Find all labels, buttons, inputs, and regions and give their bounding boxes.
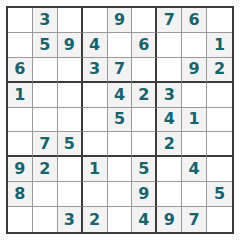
sudoku-cell-r6c7[interactable]: 2 xyxy=(157,132,182,157)
sudoku-cell-r9c1[interactable] xyxy=(8,207,33,232)
sudoku-cell-r9c2[interactable] xyxy=(33,207,58,232)
sudoku-cell-r4c5[interactable]: 4 xyxy=(108,83,133,108)
sudoku-cell-r3c1[interactable]: 6 xyxy=(8,58,33,83)
sudoku-cell-r5c8[interactable]: 1 xyxy=(182,108,207,133)
sudoku-cell-r7c4[interactable]: 1 xyxy=(83,157,108,182)
sudoku-cell-r1c8[interactable]: 6 xyxy=(182,8,207,33)
sudoku-cell-r2c5[interactable] xyxy=(108,33,133,58)
sudoku-cell-r2c8[interactable] xyxy=(182,33,207,58)
sudoku-cell-r1c3[interactable] xyxy=(58,8,83,33)
sudoku-cell-r1c9[interactable] xyxy=(207,8,232,33)
sudoku-cell-r4c6[interactable]: 2 xyxy=(132,83,157,108)
sudoku-cell-r1c7[interactable]: 7 xyxy=(157,8,182,33)
sudoku-cell-r1c6[interactable] xyxy=(132,8,157,33)
sudoku-cell-r5c3[interactable] xyxy=(58,108,83,133)
sudoku-cell-r1c5[interactable]: 9 xyxy=(108,8,133,33)
sudoku-cell-r4c2[interactable] xyxy=(33,83,58,108)
sudoku-cell-r7c9[interactable] xyxy=(207,157,232,182)
sudoku-cell-r8c2[interactable] xyxy=(33,182,58,207)
sudoku-cell-r7c6[interactable]: 5 xyxy=(132,157,157,182)
sudoku-cell-r7c3[interactable] xyxy=(58,157,83,182)
sudoku-cell-r8c3[interactable] xyxy=(58,182,83,207)
sudoku-cell-r6c2[interactable]: 7 xyxy=(33,132,58,157)
sudoku-cell-r4c3[interactable] xyxy=(58,83,83,108)
sudoku-cell-r5c6[interactable] xyxy=(132,108,157,133)
sudoku-cell-r5c9[interactable] xyxy=(207,108,232,133)
sudoku-cell-r1c4[interactable] xyxy=(83,8,108,33)
sudoku-cell-r4c4[interactable] xyxy=(83,83,108,108)
sudoku-cell-r8c8[interactable] xyxy=(182,182,207,207)
sudoku-cell-r2c2[interactable]: 5 xyxy=(33,33,58,58)
sudoku-cell-r3c4[interactable]: 3 xyxy=(83,58,108,83)
sudoku-cell-r5c7[interactable]: 4 xyxy=(157,108,182,133)
sudoku-cell-r7c1[interactable]: 9 xyxy=(8,157,33,182)
sudoku-cell-r2c1[interactable] xyxy=(8,33,33,58)
sudoku-cell-r3c3[interactable] xyxy=(58,58,83,83)
sudoku-cell-r7c8[interactable]: 4 xyxy=(182,157,207,182)
sudoku-cell-r9c6[interactable]: 4 xyxy=(132,207,157,232)
sudoku-cell-r6c3[interactable]: 5 xyxy=(58,132,83,157)
sudoku-cell-r9c7[interactable]: 9 xyxy=(157,207,182,232)
sudoku-cell-r3c9[interactable]: 2 xyxy=(207,58,232,83)
sudoku-cell-r7c7[interactable] xyxy=(157,157,182,182)
sudoku-cell-r6c8[interactable] xyxy=(182,132,207,157)
sudoku-cell-r6c5[interactable] xyxy=(108,132,133,157)
sudoku-cell-r5c1[interactable] xyxy=(8,108,33,133)
sudoku-cell-r6c9[interactable] xyxy=(207,132,232,157)
sudoku-cell-r9c9[interactable] xyxy=(207,207,232,232)
sudoku-cell-r2c3[interactable]: 9 xyxy=(58,33,83,58)
sudoku-cell-r7c5[interactable] xyxy=(108,157,133,182)
sudoku-cell-r3c7[interactable] xyxy=(157,58,182,83)
sudoku-board: 3976594616379214235417529215489532497 xyxy=(6,6,234,234)
sudoku-cell-r3c6[interactable] xyxy=(132,58,157,83)
sudoku-cell-r8c1[interactable]: 8 xyxy=(8,182,33,207)
sudoku-cell-r8c7[interactable] xyxy=(157,182,182,207)
sudoku-cell-r4c9[interactable] xyxy=(207,83,232,108)
sudoku-cell-r8c4[interactable] xyxy=(83,182,108,207)
sudoku-cell-r2c9[interactable]: 1 xyxy=(207,33,232,58)
sudoku-cell-r3c5[interactable]: 7 xyxy=(108,58,133,83)
sudoku-cell-r3c2[interactable] xyxy=(33,58,58,83)
sudoku-cell-r1c2[interactable]: 3 xyxy=(33,8,58,33)
sudoku-cell-r9c4[interactable]: 2 xyxy=(83,207,108,232)
sudoku-cell-r7c2[interactable]: 2 xyxy=(33,157,58,182)
sudoku-cell-r8c9[interactable]: 5 xyxy=(207,182,232,207)
sudoku-cell-r6c4[interactable] xyxy=(83,132,108,157)
sudoku-cell-r5c5[interactable]: 5 xyxy=(108,108,133,133)
sudoku-cell-r4c7[interactable]: 3 xyxy=(157,83,182,108)
sudoku-cell-r8c5[interactable] xyxy=(108,182,133,207)
sudoku-cell-r6c6[interactable] xyxy=(132,132,157,157)
sudoku-page: 3976594616379214235417529215489532497 xyxy=(0,0,240,240)
sudoku-cell-r6c1[interactable] xyxy=(8,132,33,157)
sudoku-cell-r4c1[interactable]: 1 xyxy=(8,83,33,108)
sudoku-cell-r9c8[interactable]: 7 xyxy=(182,207,207,232)
sudoku-cell-r8c6[interactable]: 9 xyxy=(132,182,157,207)
sudoku-cell-r9c3[interactable]: 3 xyxy=(58,207,83,232)
sudoku-cell-r2c6[interactable]: 6 xyxy=(132,33,157,58)
sudoku-cell-r5c4[interactable] xyxy=(83,108,108,133)
sudoku-cell-r4c8[interactable] xyxy=(182,83,207,108)
sudoku-cell-r2c4[interactable]: 4 xyxy=(83,33,108,58)
sudoku-cell-r3c8[interactable]: 9 xyxy=(182,58,207,83)
sudoku-cell-r9c5[interactable] xyxy=(108,207,133,232)
sudoku-cell-r2c7[interactable] xyxy=(157,33,182,58)
sudoku-cell-r5c2[interactable] xyxy=(33,108,58,133)
sudoku-cell-r1c1[interactable] xyxy=(8,8,33,33)
